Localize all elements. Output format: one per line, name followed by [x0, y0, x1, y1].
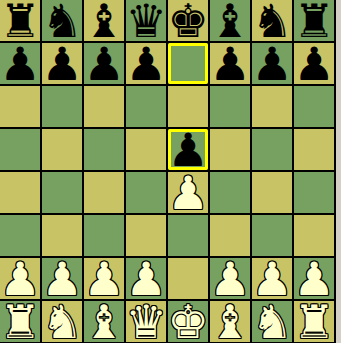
- square-e8[interactable]: ♚: [168, 0, 208, 41]
- square-h7[interactable]: ♟: [294, 43, 334, 84]
- square-b7[interactable]: ♟: [42, 43, 82, 84]
- window-background: [336, 0, 341, 343]
- square-h3[interactable]: [294, 215, 334, 256]
- square-c4[interactable]: [84, 172, 124, 213]
- chess-app-window: ♜♞♝♛♚♝♞♜♟♟♟♟♟♟♟♟♟♟♟♟♟♟♟♟♜♞♝♛♚♝♞♜: [0, 0, 341, 343]
- square-a4[interactable]: [0, 172, 40, 213]
- square-g5[interactable]: [252, 129, 292, 170]
- square-h5[interactable]: [294, 129, 334, 170]
- square-g3[interactable]: [252, 215, 292, 256]
- square-g8[interactable]: ♞: [252, 0, 292, 41]
- square-e2[interactable]: [168, 258, 208, 299]
- square-e4[interactable]: ♟: [168, 172, 208, 213]
- square-f5[interactable]: [210, 129, 250, 170]
- square-d1[interactable]: ♛: [126, 301, 166, 342]
- white-rook-icon: ♜: [0, 299, 41, 343]
- square-g7[interactable]: ♟: [252, 43, 292, 84]
- square-f1[interactable]: ♝: [210, 301, 250, 342]
- square-h2[interactable]: ♟: [294, 258, 334, 299]
- square-c6[interactable]: [84, 86, 124, 127]
- black-pawn-icon: ♟: [293, 41, 334, 87]
- square-g6[interactable]: [252, 86, 292, 127]
- square-f8[interactable]: ♝: [210, 0, 250, 41]
- white-knight-icon: ♞: [251, 299, 292, 343]
- chess-board[interactable]: ♜♞♝♛♚♝♞♜♟♟♟♟♟♟♟♟♟♟♟♟♟♟♟♟♜♞♝♛♚♝♞♜: [0, 0, 336, 343]
- white-pawn-icon: ♟: [167, 170, 208, 216]
- square-f2[interactable]: ♟: [210, 258, 250, 299]
- white-bishop-icon: ♝: [209, 299, 250, 343]
- black-king-icon: ♚: [167, 0, 208, 44]
- square-c5[interactable]: [84, 129, 124, 170]
- square-h4[interactable]: [294, 172, 334, 213]
- black-pawn-icon: ♟: [125, 41, 166, 87]
- black-pawn-icon: ♟: [41, 41, 82, 87]
- square-f6[interactable]: [210, 86, 250, 127]
- white-knight-icon: ♞: [41, 299, 82, 343]
- square-a2[interactable]: ♟: [0, 258, 40, 299]
- square-g1[interactable]: ♞: [252, 301, 292, 342]
- square-e6[interactable]: [168, 86, 208, 127]
- square-d5[interactable]: [126, 129, 166, 170]
- square-b8[interactable]: ♞: [42, 0, 82, 41]
- square-a3[interactable]: [0, 215, 40, 256]
- square-e7[interactable]: [168, 43, 208, 84]
- square-d7[interactable]: ♟: [126, 43, 166, 84]
- white-rook-icon: ♜: [293, 299, 334, 343]
- square-b1[interactable]: ♞: [42, 301, 82, 342]
- black-pawn-icon: ♟: [251, 41, 292, 87]
- square-h6[interactable]: [294, 86, 334, 127]
- white-bishop-icon: ♝: [83, 299, 124, 343]
- square-b5[interactable]: [42, 129, 82, 170]
- square-d2[interactable]: ♟: [126, 258, 166, 299]
- square-a7[interactable]: ♟: [0, 43, 40, 84]
- square-d4[interactable]: [126, 172, 166, 213]
- black-pawn-icon: ♟: [209, 41, 250, 87]
- white-queen-icon: ♛: [125, 299, 166, 343]
- square-b3[interactable]: [42, 215, 82, 256]
- black-pawn-icon: ♟: [0, 41, 41, 87]
- square-a5[interactable]: [0, 129, 40, 170]
- square-f3[interactable]: [210, 215, 250, 256]
- square-h8[interactable]: ♜: [294, 0, 334, 41]
- square-e5[interactable]: ♟: [168, 129, 208, 170]
- square-d8[interactable]: ♛: [126, 0, 166, 41]
- square-d6[interactable]: [126, 86, 166, 127]
- square-a8[interactable]: ♜: [0, 0, 40, 41]
- square-a1[interactable]: ♜: [0, 301, 40, 342]
- square-e3[interactable]: [168, 215, 208, 256]
- square-c7[interactable]: ♟: [84, 43, 124, 84]
- square-d3[interactable]: [126, 215, 166, 256]
- square-c2[interactable]: ♟: [84, 258, 124, 299]
- square-b6[interactable]: [42, 86, 82, 127]
- square-c3[interactable]: [84, 215, 124, 256]
- square-b4[interactable]: [42, 172, 82, 213]
- white-king-icon: ♚: [167, 299, 208, 343]
- square-f7[interactable]: ♟: [210, 43, 250, 84]
- square-g4[interactable]: [252, 172, 292, 213]
- square-g2[interactable]: ♟: [252, 258, 292, 299]
- square-h1[interactable]: ♜: [294, 301, 334, 342]
- square-b2[interactable]: ♟: [42, 258, 82, 299]
- square-c1[interactable]: ♝: [84, 301, 124, 342]
- black-pawn-icon: ♟: [83, 41, 124, 87]
- square-a6[interactable]: [0, 86, 40, 127]
- square-e1[interactable]: ♚: [168, 301, 208, 342]
- square-c8[interactable]: ♝: [84, 0, 124, 41]
- square-f4[interactable]: [210, 172, 250, 213]
